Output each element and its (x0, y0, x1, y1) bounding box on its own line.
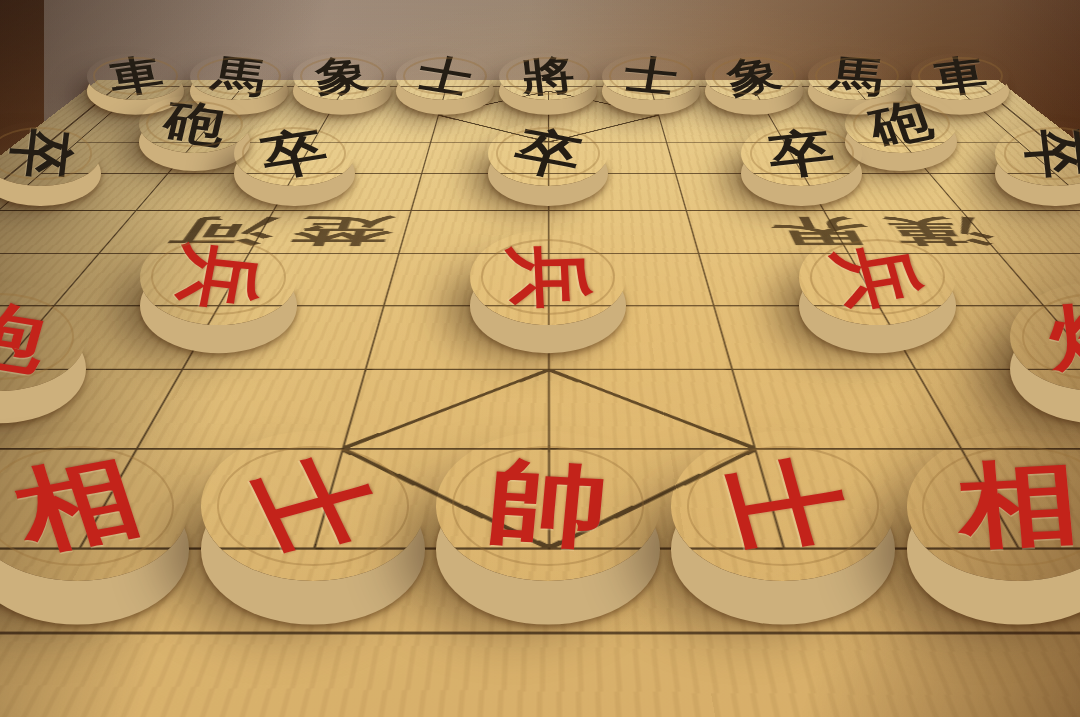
piece-glyph: 士 (392, 51, 498, 101)
piece-glyph: 卒 (737, 122, 865, 184)
piece-red-cannon[interactable]: 炮 (1010, 282, 1080, 391)
piece-black-soldier[interactable]: 卒 (741, 121, 862, 186)
piece-glyph: 兵 (815, 211, 940, 342)
pieces-layer: 車馬象士將士象馬車砲砲卒卒卒卒卒兵兵兵炮炮相士帥士相 (0, 0, 1080, 717)
piece-glyph: 士 (204, 407, 421, 605)
piece-glyph: 相 (902, 444, 1080, 569)
piece-red-advisor[interactable]: 士 (671, 431, 894, 580)
xiangqi-photo-scene: 楚河 漢界 車馬象士將士象馬車砲砲卒卒卒卒卒兵兵兵炮炮相士帥士相 (0, 0, 1080, 717)
piece-red-elephant[interactable]: 相 (907, 431, 1080, 580)
piece-black-soldier[interactable]: 卒 (995, 121, 1080, 186)
piece-red-cannon[interactable]: 炮 (0, 282, 86, 391)
piece-black-horse[interactable]: 馬 (190, 53, 288, 100)
piece-glyph: 帥 (431, 444, 664, 569)
piece-black-chariot[interactable]: 車 (911, 53, 1009, 100)
piece-black-chariot[interactable]: 車 (87, 53, 185, 100)
piece-glyph: 炮 (1006, 289, 1080, 383)
piece-black-soldier[interactable]: 卒 (234, 121, 355, 186)
piece-glyph: 卒 (3, 106, 79, 202)
piece-glyph: 兵 (498, 216, 598, 337)
piece-glyph: 將 (497, 55, 599, 97)
piece-glyph: 馬 (187, 53, 291, 99)
piece-glyph: 卒 (1018, 106, 1080, 202)
piece-red-general[interactable]: 帥 (436, 431, 659, 580)
piece-black-advisor[interactable]: 士 (396, 53, 494, 100)
piece-black-cannon[interactable]: 砲 (845, 95, 957, 153)
piece-red-soldier[interactable]: 兵 (799, 230, 956, 325)
piece-black-horse[interactable]: 馬 (808, 53, 906, 100)
piece-black-elephant[interactable]: 象 (293, 53, 391, 100)
piece-black-soldier[interactable]: 卒 (488, 121, 609, 186)
piece-glyph: 卒 (482, 118, 615, 188)
piece-glyph: 馬 (806, 54, 908, 97)
piece-glyph: 象 (701, 51, 807, 101)
piece-glyph: 士 (600, 54, 703, 99)
piece-red-soldier[interactable]: 兵 (470, 230, 627, 325)
piece-glyph: 兵 (161, 213, 277, 341)
piece-black-soldier[interactable]: 卒 (0, 121, 101, 186)
piece-glyph: 炮 (0, 282, 95, 391)
piece-black-elephant[interactable]: 象 (705, 53, 803, 100)
piece-black-general[interactable]: 將 (499, 53, 597, 100)
piece-red-elephant[interactable]: 相 (0, 431, 189, 580)
piece-glyph: 士 (687, 411, 880, 601)
piece-glyph: 象 (291, 54, 393, 97)
piece-glyph: 車 (908, 53, 1012, 100)
piece-red-advisor[interactable]: 士 (201, 431, 424, 580)
piece-glyph: 相 (0, 431, 204, 582)
piece-black-advisor[interactable]: 士 (602, 53, 700, 100)
piece-red-soldier[interactable]: 兵 (140, 230, 297, 325)
